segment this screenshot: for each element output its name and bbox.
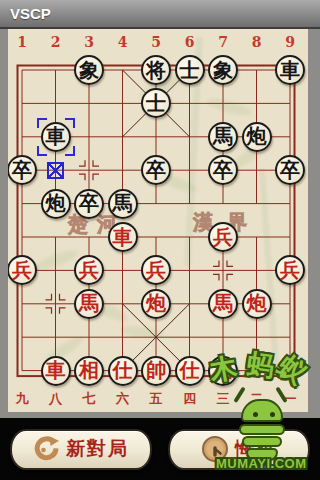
piece-black-soldier[interactable]: 卒 [208, 155, 238, 185]
file-label: 一 [279, 390, 301, 408]
app-screen: VSCP [0, 0, 320, 480]
piece-black-cannon[interactable]: 炮 [242, 122, 272, 152]
file-label: 二 [246, 390, 268, 408]
piece-black-horse[interactable]: 馬 [108, 189, 138, 219]
file-label: 5 [145, 34, 167, 50]
bottom-toolbar: 新對局 悔棋 [0, 418, 320, 480]
piece-red-advisor[interactable]: 仕 [108, 356, 138, 386]
xiangqi-board[interactable]: 123456789 九八七六五四三二一 楚河 漢界 象将士象車士車馬炮卒卒卒卒炮… [8, 29, 308, 412]
clock-icon [201, 435, 229, 463]
piece-red-chariot[interactable]: 車 [108, 222, 138, 252]
piece-red-chariot[interactable]: 車 [41, 356, 71, 386]
file-label: 7 [212, 34, 234, 50]
piece-red-soldier[interactable]: 兵 [208, 222, 238, 252]
piece-red-cannon[interactable]: 炮 [141, 289, 171, 319]
board-grid-lines [8, 29, 308, 412]
piece-black-advisor[interactable]: 士 [175, 55, 205, 85]
file-label: 五 [145, 390, 167, 408]
piece-black-soldier[interactable]: 卒 [74, 189, 104, 219]
piece-black-elephant[interactable]: 象 [208, 55, 238, 85]
file-label: 六 [112, 390, 134, 408]
file-label: 三 [212, 390, 234, 408]
file-label: 9 [279, 34, 301, 50]
piece-black-chariot[interactable]: 車 [275, 55, 305, 85]
selected-piece-marker [37, 118, 75, 156]
file-label: 2 [45, 34, 67, 50]
board-area: 123456789 九八七六五四三二一 楚河 漢界 象将士象車士車馬炮卒卒卒卒炮… [0, 29, 320, 418]
new-game-icon [33, 436, 60, 463]
new-game-label: 新對局 [66, 436, 129, 462]
piece-black-general[interactable]: 将 [141, 55, 171, 85]
file-label: 四 [179, 390, 201, 408]
file-label: 3 [78, 34, 100, 50]
app-title: VSCP [10, 5, 51, 22]
piece-black-soldier[interactable]: 卒 [275, 155, 305, 185]
file-label: 4 [112, 34, 134, 50]
piece-black-soldier[interactable]: 卒 [141, 155, 171, 185]
file-label: 8 [246, 34, 268, 50]
piece-black-elephant[interactable]: 象 [74, 55, 104, 85]
piece-red-horse[interactable]: 馬 [208, 289, 238, 319]
move-origin-marker [47, 162, 64, 179]
piece-black-cannon[interactable]: 炮 [41, 189, 71, 219]
title-bar: VSCP [0, 0, 320, 29]
piece-red-general[interactable]: 帥 [141, 356, 171, 386]
piece-red-horse[interactable]: 馬 [74, 289, 104, 319]
piece-black-horse[interactable]: 馬 [208, 122, 238, 152]
file-label: 九 [11, 390, 33, 408]
file-label: 6 [179, 34, 201, 50]
file-label: 1 [11, 34, 33, 50]
piece-red-elephant[interactable]: 相 [208, 356, 238, 386]
file-label: 八 [45, 390, 67, 408]
new-game-button[interactable]: 新對局 [10, 429, 152, 470]
piece-red-advisor[interactable]: 仕 [175, 356, 205, 386]
undo-label: 悔棋 [235, 436, 277, 462]
undo-button[interactable]: 悔棋 [168, 429, 310, 470]
piece-red-elephant[interactable]: 相 [74, 356, 104, 386]
piece-red-cannon[interactable]: 炮 [242, 289, 272, 319]
file-label: 七 [78, 390, 100, 408]
